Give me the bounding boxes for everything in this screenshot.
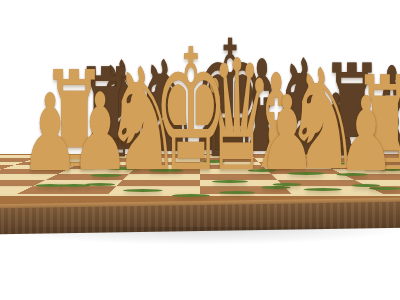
piece-felt-base [288,172,325,175]
board-squares-grid [0,155,400,194]
piece-dark-pawn: ♟ [191,81,236,163]
piece-light-pawn: ♟ [337,84,394,187]
board-square [266,169,342,174]
piece-felt-base [325,162,348,165]
board-square [343,174,400,180]
board-square [262,165,333,169]
piece-felt-base [336,173,367,176]
board-square [258,162,324,166]
piece-dark-knight: ♞ [269,42,343,174]
piece-light-knight: ♞ [285,51,362,190]
piece-dark-bishop: ♝ [366,52,400,170]
board-square [317,162,387,166]
board-square [284,186,384,194]
board-maple-frame [0,155,400,196]
board-square [255,158,317,161]
board-square [304,155,365,158]
board-square [354,180,400,187]
board-square [271,174,354,180]
board-square [375,162,400,166]
board-square [365,158,400,161]
piece-dark-bishop: ♝ [234,44,291,171]
piece-felt-base [379,168,400,171]
piece-felt-base [304,188,343,191]
board-square [368,186,400,194]
board-square [200,186,292,194]
piece-felt-base [369,187,400,190]
board-square [277,180,368,187]
board-square [386,165,400,169]
piece-dark-knight: ♞ [131,45,201,171]
board-square [333,169,400,174]
board-square [252,155,310,158]
piece-dark-rook: ♜ [321,48,383,175]
board-square [16,186,116,194]
board-square [324,165,399,169]
board-square [108,186,200,194]
piece-light-rook: ♜ [353,59,400,189]
board-square [356,155,400,158]
pieces-layer: ♜♞♞♟♚♝♞♟♜♝♟♜♟♞♚♛♝♟♞♟♜ [0,0,400,300]
piece-felt-base [352,184,381,187]
board-shadow [0,227,400,245]
chess-set-photo: ♜♞♞♟♚♝♞♟♜♝♟♜♟♞♚♛♝♟♞♟♜ [0,0,400,300]
piece-dark-knight: ♞ [90,45,158,168]
piece-dark-pawn: ♟ [313,83,358,165]
board-square [310,158,375,161]
